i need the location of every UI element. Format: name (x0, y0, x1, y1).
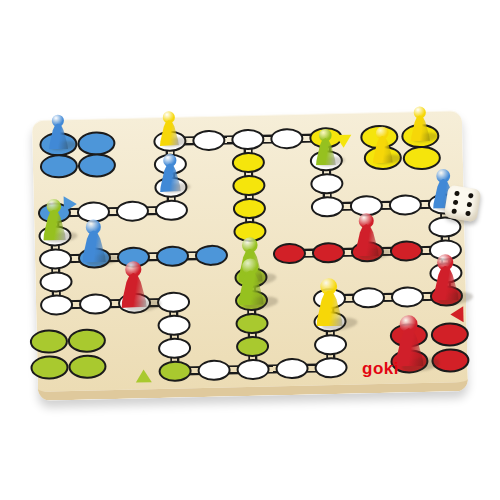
pawn-body (433, 265, 459, 300)
track-cell-18 (275, 357, 308, 379)
home-oval-yellow-bottom-right (403, 146, 442, 171)
pawn-red-13[interactable] (432, 254, 459, 301)
start-arrow-yellow-icon (335, 135, 351, 148)
lane-cell-red-1 (389, 240, 422, 262)
pawn-body (159, 163, 181, 192)
start-arrow-red-icon (450, 306, 463, 322)
track-cell-24 (156, 291, 189, 313)
die-pip (453, 200, 459, 206)
pawn-body (372, 136, 393, 164)
home-oval-green-bottom-right (68, 354, 107, 379)
lane-cell-yellow-1 (231, 151, 264, 173)
game-board (32, 110, 468, 401)
track-cell-22 (157, 337, 190, 359)
pawn-blue-9[interactable] (81, 219, 106, 263)
pawn-yellow-1[interactable] (159, 111, 179, 146)
pawn-red-10[interactable] (354, 213, 379, 257)
pawn-green-14[interactable] (237, 258, 264, 305)
home-oval-green-bottom-left (30, 355, 69, 380)
lane-cell-blue-3 (155, 245, 188, 267)
pawn-body (395, 328, 424, 367)
lane-cell-yellow-2 (232, 174, 265, 196)
pawn-blue-6[interactable] (159, 154, 181, 192)
lane-cell-red-3 (311, 241, 344, 263)
track-cell-40 (270, 127, 303, 149)
lane-cell-green-2 (235, 312, 268, 334)
pawn-body (410, 115, 430, 141)
track-cell-29 (38, 248, 71, 270)
home-oval-blue-bottom-left (40, 154, 79, 179)
die-pip (455, 190, 461, 196)
track-cell-33 (115, 200, 148, 222)
track-cell-23 (157, 314, 190, 336)
brand-logo: goki (362, 359, 399, 379)
track-cell-28 (39, 271, 72, 293)
pawn-yellow-4[interactable] (372, 127, 393, 164)
pawn-red-12[interactable] (120, 261, 147, 308)
pawn-blue-2[interactable] (48, 114, 68, 149)
track-cell-16 (313, 333, 346, 355)
pawn-yellow-3[interactable] (410, 106, 430, 141)
pawn-body (121, 273, 147, 308)
lane-cell-blue-4 (194, 244, 227, 266)
home-oval-green-top-left (30, 329, 69, 354)
track-cell-3 (310, 172, 343, 194)
pawn-body (43, 209, 66, 241)
track-cell-12 (390, 286, 423, 308)
pawn-body (315, 138, 336, 166)
pawn-green-8[interactable] (42, 199, 66, 241)
track-cell-19 (236, 358, 269, 380)
home-oval-blue-top-right (77, 131, 116, 156)
lane-cell-green-1 (235, 335, 268, 357)
start-arrow-green-icon (136, 369, 152, 382)
track-cell-34 (154, 199, 187, 221)
die-pip (468, 193, 474, 199)
start-arrow-blue-icon (64, 196, 77, 212)
pawn-body (159, 120, 179, 146)
pawn-yellow-15[interactable] (315, 278, 343, 327)
start-cell-green (158, 360, 191, 382)
die-pip (452, 209, 458, 215)
home-oval-red-top-right (431, 322, 470, 347)
lane-cell-yellow-3 (232, 197, 265, 219)
track-cell-4 (310, 195, 343, 217)
pawn-body (48, 123, 68, 149)
die-pip (465, 211, 471, 217)
track-cell-39 (231, 128, 264, 150)
home-oval-blue-bottom-right (78, 153, 117, 178)
track-cell-17 (314, 356, 347, 378)
pawn-body (354, 224, 378, 257)
die[interactable] (444, 185, 482, 223)
pawn-body (238, 270, 264, 305)
product-photo: goki (0, 0, 500, 500)
track-cell-26 (78, 293, 111, 315)
track-cell-20 (197, 359, 230, 381)
track-cell-27 (39, 294, 72, 316)
pawn-green-5[interactable] (315, 129, 336, 166)
track-cell-13 (351, 286, 384, 308)
home-oval-green-top-right (68, 328, 107, 353)
die-pip (466, 202, 472, 208)
lane-cell-red-4 (272, 242, 305, 264)
track-cell-6 (388, 194, 421, 216)
pawn-body (316, 290, 343, 327)
pawn-body (82, 230, 106, 263)
track-cell-38 (192, 129, 225, 151)
